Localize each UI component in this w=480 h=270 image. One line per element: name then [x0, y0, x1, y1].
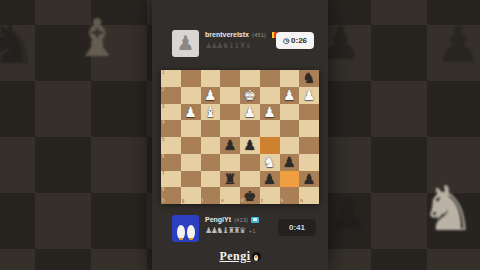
- file-label: g: [182, 199, 185, 204]
- square-b5[interactable]: [280, 137, 300, 154]
- square-c2[interactable]: [260, 87, 280, 104]
- rank-label: 2: [162, 88, 165, 93]
- square-c3[interactable]: ♟: [260, 104, 280, 121]
- square-a4[interactable]: [299, 120, 319, 137]
- square-e1[interactable]: [220, 70, 240, 87]
- square-f8[interactable]: f: [201, 187, 221, 204]
- top-player-name: brentverelstx: [205, 31, 249, 38]
- square-d4[interactable]: [240, 120, 260, 137]
- square-h5[interactable]: 5: [161, 137, 181, 154]
- rank-label: 3: [162, 105, 165, 110]
- top-clock-time: 0:26: [291, 36, 307, 45]
- square-a1[interactable]: ♞: [299, 70, 319, 87]
- top-player-rating: (451): [252, 32, 266, 38]
- square-e4[interactable]: [220, 120, 240, 137]
- square-h8[interactable]: 8h: [161, 187, 181, 204]
- file-label: e: [221, 199, 224, 204]
- square-b2[interactable]: ♟: [280, 87, 300, 104]
- square-a8[interactable]: a: [299, 187, 319, 204]
- white-knight-piece[interactable]: ♞: [263, 155, 276, 169]
- square-g5[interactable]: [181, 137, 201, 154]
- penguin-avatar-icon: [177, 225, 185, 239]
- square-f1[interactable]: [201, 70, 221, 87]
- white-bishop-piece[interactable]: ♝: [204, 105, 217, 119]
- square-g7[interactable]: [181, 171, 201, 188]
- square-c4[interactable]: [260, 120, 280, 137]
- square-e8[interactable]: e: [220, 187, 240, 204]
- bg-knight-dark-icon: ♞: [0, 16, 36, 72]
- square-b4[interactable]: [280, 120, 300, 137]
- bottom-player-avatar: [172, 215, 199, 242]
- clock-icon: ◷: [283, 37, 289, 44]
- square-a5[interactable]: [299, 137, 319, 154]
- bg-bishop-light-icon: ♝: [74, 12, 121, 64]
- chess-board[interactable]: 1♞2♟♚♟♟3♟♝♟♟45♟♟6♞♟7♜♟♟8hgfed♚cba: [161, 70, 319, 204]
- square-a6[interactable]: [299, 154, 319, 171]
- bg-pawn-dark-3-icon: ♟: [328, 192, 367, 236]
- bottom-player-row: PengiYt (413) ♟♟♞♝♜♜♛+1 0:41: [152, 215, 328, 249]
- square-b1[interactable]: [280, 70, 300, 87]
- black-pawn-piece[interactable]: ♟: [244, 138, 257, 152]
- square-a7[interactable]: ♟: [299, 171, 319, 188]
- black-rook-piece[interactable]: ♜: [224, 172, 237, 186]
- bg-knight-white-icon: ♞: [420, 178, 476, 240]
- bottom-player-clock: 0:41: [278, 219, 316, 236]
- white-pawn-piece[interactable]: ♟: [283, 88, 296, 102]
- bottom-player-name: PengiYt: [205, 216, 231, 223]
- rank-label: 4: [162, 121, 165, 126]
- square-f2[interactable]: ♟: [201, 87, 221, 104]
- square-b6[interactable]: ♟: [280, 154, 300, 171]
- black-pawn-piece[interactable]: ♟: [263, 172, 276, 186]
- square-f4[interactable]: [201, 120, 221, 137]
- square-h7[interactable]: 7: [161, 171, 181, 188]
- square-c7[interactable]: ♟: [260, 171, 280, 188]
- file-label: b: [281, 199, 284, 204]
- square-f6[interactable]: [201, 154, 221, 171]
- square-d3[interactable]: ♟: [240, 104, 260, 121]
- black-pawn-piece[interactable]: ♟: [224, 138, 237, 152]
- square-d5[interactable]: ♟: [240, 137, 260, 154]
- square-h3[interactable]: 3: [161, 104, 181, 121]
- square-b8[interactable]: b: [280, 187, 300, 204]
- penguin-avatar-icon: [187, 225, 195, 239]
- rank-label: 8: [162, 188, 165, 193]
- black-king-piece[interactable]: ♚: [244, 189, 257, 203]
- chess-app-panel: ♟ brentverelstx (451) ★ ♟♟♟♞♝♝♜♛ ◷ 0:26 …: [152, 0, 328, 270]
- top-player-avatar: ♟: [172, 30, 199, 57]
- rank-label: 1: [162, 71, 165, 76]
- square-c6[interactable]: ♞: [260, 154, 280, 171]
- square-c8[interactable]: c: [260, 187, 280, 204]
- square-a3[interactable]: [299, 104, 319, 121]
- white-pawn-piece[interactable]: ♟: [263, 105, 276, 119]
- rank-label: 6: [162, 155, 165, 160]
- square-g2[interactable]: [181, 87, 201, 104]
- square-d2[interactable]: ♚: [240, 87, 260, 104]
- square-f7[interactable]: [201, 171, 221, 188]
- square-a2[interactable]: ♟: [299, 87, 319, 104]
- square-f5[interactable]: [201, 137, 221, 154]
- penguin-logo-icon: [252, 252, 261, 261]
- bottom-clock-time: 0:41: [289, 223, 305, 232]
- black-pawn-piece[interactable]: ♟: [303, 172, 316, 186]
- square-e7[interactable]: ♜: [220, 171, 240, 188]
- square-h6[interactable]: 6: [161, 154, 181, 171]
- rank-label: 5: [162, 138, 165, 143]
- video-frame: ♞♝♟♟♟♞ ♟ brentverelstx (451) ★ ♟♟♟♞♝♝♜♛ …: [0, 0, 480, 270]
- square-c5[interactable]: [260, 137, 280, 154]
- file-label: h: [162, 199, 165, 204]
- white-pawn-piece[interactable]: ♟: [184, 105, 197, 119]
- square-e6[interactable]: [220, 154, 240, 171]
- material-advantage: +1: [249, 228, 256, 234]
- bg-pawn-dark-2-icon: ♟: [436, 20, 480, 70]
- square-b3[interactable]: [280, 104, 300, 121]
- rank-label: 7: [162, 172, 165, 177]
- square-b7[interactable]: [280, 171, 300, 188]
- square-g6[interactable]: [181, 154, 201, 171]
- top-player-clock: ◷ 0:26: [276, 32, 314, 49]
- pawn-avatar-icon: ♟: [177, 30, 195, 57]
- square-c1[interactable]: [260, 70, 280, 87]
- bottom-captured-pieces: ♟♟♞♝♜♜♛+1: [205, 226, 256, 236]
- black-pawn-piece[interactable]: ♟: [283, 155, 296, 169]
- chesscom-badge-icon: [251, 217, 259, 223]
- channel-watermark: Pengi: [152, 246, 328, 264]
- file-label: f: [202, 199, 204, 204]
- white-pawn-piece[interactable]: ♟: [204, 88, 217, 102]
- square-d1[interactable]: [240, 70, 260, 87]
- square-g8[interactable]: g: [181, 187, 201, 204]
- square-h1[interactable]: 1: [161, 70, 181, 87]
- top-player-row: ♟ brentverelstx (451) ★ ♟♟♟♞♝♝♜♛ ◷ 0:26: [152, 30, 328, 64]
- file-label: a: [300, 199, 303, 204]
- square-h2[interactable]: 2: [161, 87, 181, 104]
- bottom-player-rating: (413): [234, 217, 248, 223]
- white-pawn-piece[interactable]: ♟: [244, 105, 257, 119]
- square-e3[interactable]: [220, 104, 240, 121]
- square-d8[interactable]: d♚: [240, 187, 260, 204]
- square-e5[interactable]: ♟: [220, 137, 240, 154]
- square-f3[interactable]: ♝: [201, 104, 221, 121]
- square-e2[interactable]: [220, 87, 240, 104]
- top-captured-pieces: ♟♟♟♞♝♝♜♛: [205, 41, 250, 51]
- white-king-piece[interactable]: ♚: [244, 88, 257, 102]
- square-d6[interactable]: [240, 154, 260, 171]
- file-label: d: [241, 199, 244, 204]
- square-g3[interactable]: ♟: [181, 104, 201, 121]
- watermark-text: Pengi: [219, 249, 250, 263]
- square-g4[interactable]: [181, 120, 201, 137]
- square-h4[interactable]: 4: [161, 120, 181, 137]
- square-d7[interactable]: [240, 171, 260, 188]
- white-pawn-piece[interactable]: ♟: [303, 88, 316, 102]
- black-knight-piece[interactable]: ♞: [303, 71, 316, 85]
- file-label: c: [261, 199, 264, 204]
- square-g1[interactable]: [181, 70, 201, 87]
